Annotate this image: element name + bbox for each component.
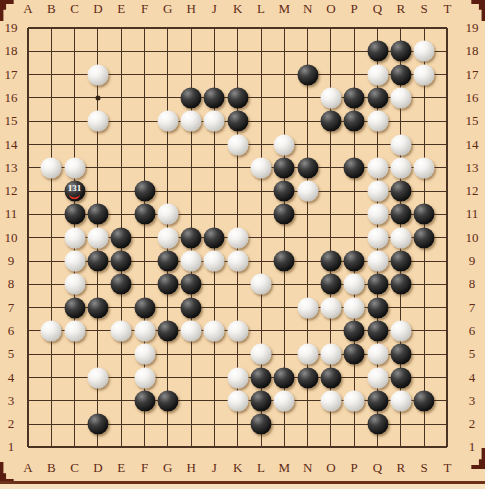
col-label-top-S: S: [420, 1, 427, 17]
black-stone-M4[interactable]: [274, 367, 295, 388]
black-stone-R8[interactable]: [390, 274, 411, 295]
grid-line-horizontal: [28, 446, 447, 448]
white-stone-Q10[interactable]: [367, 227, 388, 248]
white-stone-C10[interactable]: [64, 227, 85, 248]
row-label-left-12: 12: [5, 183, 18, 199]
white-stone-C6[interactable]: [64, 320, 85, 341]
black-stone-K15[interactable]: [227, 111, 248, 132]
black-stone-L3[interactable]: [251, 390, 272, 411]
col-label-top-A: A: [23, 1, 32, 17]
black-stone-C7[interactable]: [64, 297, 85, 318]
col-label-top-M: M: [279, 1, 291, 17]
black-stone-E8[interactable]: [111, 274, 132, 295]
black-stone-P16[interactable]: [344, 87, 365, 108]
row-label-right-17: 17: [466, 67, 479, 83]
black-stone-O9[interactable]: [320, 251, 341, 272]
white-stone-R3[interactable]: [390, 390, 411, 411]
row-label-left-9: 9: [8, 253, 15, 269]
go-app-window: AABBCCDDEEFFGGHHJJKKLLMMNNOOPPQQRRSSTT19…: [0, 0, 485, 489]
col-label-top-H: H: [186, 1, 195, 17]
col-label-top-F: F: [141, 1, 148, 17]
black-stone-P13[interactable]: [344, 157, 365, 178]
row-label-left-13: 13: [5, 160, 18, 176]
white-stone-L8[interactable]: [251, 274, 272, 295]
white-stone-F5[interactable]: [134, 344, 155, 365]
white-stone-G10[interactable]: [157, 227, 178, 248]
col-label-top-E: E: [117, 1, 125, 17]
white-stone-M14[interactable]: [274, 134, 295, 155]
col-label-bottom-P: P: [351, 460, 358, 476]
white-stone-K3[interactable]: [227, 390, 248, 411]
white-stone-E6[interactable]: [111, 320, 132, 341]
white-stone-B6[interactable]: [41, 320, 62, 341]
white-stone-D10[interactable]: [87, 227, 108, 248]
white-stone-J6[interactable]: [204, 320, 225, 341]
row-label-right-13: 13: [466, 160, 479, 176]
row-label-left-8: 8: [8, 276, 15, 292]
white-stone-N12[interactable]: [297, 181, 318, 202]
row-label-left-14: 14: [5, 137, 18, 153]
row-label-right-1: 1: [469, 439, 476, 455]
white-stone-Q4[interactable]: [367, 367, 388, 388]
black-stone-Q3[interactable]: [367, 390, 388, 411]
black-stone-P6[interactable]: [344, 320, 365, 341]
col-label-top-T: T: [443, 1, 451, 17]
black-stone-K16[interactable]: [227, 87, 248, 108]
col-label-top-G: G: [163, 1, 172, 17]
black-stone-O15[interactable]: [320, 111, 341, 132]
row-label-right-12: 12: [466, 183, 479, 199]
black-stone-D7[interactable]: [87, 297, 108, 318]
row-label-right-14: 14: [466, 137, 479, 153]
row-label-right-7: 7: [469, 300, 476, 316]
black-stone-Q2[interactable]: [367, 414, 388, 435]
col-label-top-C: C: [70, 1, 79, 17]
black-stone-J16[interactable]: [204, 87, 225, 108]
row-label-left-7: 7: [8, 300, 15, 316]
col-label-bottom-J: J: [212, 460, 217, 476]
black-stone-R18[interactable]: [390, 41, 411, 62]
white-stone-Q9[interactable]: [367, 251, 388, 272]
black-stone-H16[interactable]: [181, 87, 202, 108]
black-stone-D9[interactable]: [87, 251, 108, 272]
row-label-left-6: 6: [8, 323, 15, 339]
star-point: [95, 95, 100, 100]
white-stone-Q15[interactable]: [367, 111, 388, 132]
white-stone-M3[interactable]: [274, 390, 295, 411]
row-label-right-19: 19: [466, 20, 479, 36]
row-label-right-11: 11: [466, 206, 479, 222]
black-stone-G6[interactable]: [157, 320, 178, 341]
white-stone-Q12[interactable]: [367, 181, 388, 202]
black-stone-D11[interactable]: [87, 204, 108, 225]
white-stone-D4[interactable]: [87, 367, 108, 388]
black-stone-Q6[interactable]: [367, 320, 388, 341]
white-stone-P3[interactable]: [344, 390, 365, 411]
black-stone-R17[interactable]: [390, 64, 411, 85]
white-stone-Q5[interactable]: [367, 344, 388, 365]
col-label-bottom-R: R: [396, 460, 405, 476]
col-label-bottom-D: D: [93, 460, 102, 476]
col-label-bottom-C: C: [70, 460, 79, 476]
black-stone-P5[interactable]: [344, 344, 365, 365]
last-move-marker-arc: [69, 193, 81, 200]
black-stone-R5[interactable]: [390, 344, 411, 365]
row-label-right-6: 6: [469, 323, 476, 339]
white-stone-K9[interactable]: [227, 251, 248, 272]
col-label-top-B: B: [47, 1, 56, 17]
black-stone-R11[interactable]: [390, 204, 411, 225]
white-stone-F4[interactable]: [134, 367, 155, 388]
col-label-top-O: O: [326, 1, 335, 17]
white-stone-N7[interactable]: [297, 297, 318, 318]
row-label-right-16: 16: [466, 90, 479, 106]
col-label-top-N: N: [303, 1, 312, 17]
row-label-left-11: 11: [5, 206, 18, 222]
col-label-bottom-K: K: [233, 460, 242, 476]
row-label-left-17: 17: [5, 67, 18, 83]
white-stone-L13[interactable]: [251, 157, 272, 178]
col-label-top-K: K: [233, 1, 242, 17]
black-stone-H10[interactable]: [181, 227, 202, 248]
white-stone-O7[interactable]: [320, 297, 341, 318]
white-stone-C13[interactable]: [64, 157, 85, 178]
black-stone-M13[interactable]: [274, 157, 295, 178]
white-stone-R16[interactable]: [390, 87, 411, 108]
white-stone-K14[interactable]: [227, 134, 248, 155]
white-stone-Q11[interactable]: [367, 204, 388, 225]
black-stone-N4[interactable]: [297, 367, 318, 388]
white-stone-J15[interactable]: [204, 111, 225, 132]
black-stone-R4[interactable]: [390, 367, 411, 388]
col-label-bottom-S: S: [420, 460, 427, 476]
black-stone-L2[interactable]: [251, 414, 272, 435]
black-stone-M9[interactable]: [274, 251, 295, 272]
col-label-bottom-O: O: [326, 460, 335, 476]
col-label-bottom-T: T: [443, 460, 451, 476]
col-label-bottom-N: N: [303, 460, 312, 476]
black-stone-F12[interactable]: [134, 181, 155, 202]
black-stone-G3[interactable]: [157, 390, 178, 411]
row-label-left-18: 18: [5, 43, 18, 59]
row-label-right-18: 18: [466, 43, 479, 59]
corner-ornament-bottom-left: [0, 462, 19, 483]
black-stone-E9[interactable]: [111, 251, 132, 272]
col-label-bottom-Q: Q: [373, 460, 382, 476]
row-label-left-4: 4: [8, 370, 15, 386]
row-label-right-5: 5: [469, 346, 476, 362]
white-stone-F6[interactable]: [134, 320, 155, 341]
row-label-right-10: 10: [466, 230, 479, 246]
col-label-bottom-M: M: [279, 460, 291, 476]
black-stone-Q18[interactable]: [367, 41, 388, 62]
row-label-right-8: 8: [469, 276, 476, 292]
white-stone-G15[interactable]: [157, 111, 178, 132]
black-stone-F11[interactable]: [134, 204, 155, 225]
black-stone-F7[interactable]: [134, 297, 155, 318]
white-stone-J9[interactable]: [204, 251, 225, 272]
black-stone-H8[interactable]: [181, 274, 202, 295]
black-stone-P15[interactable]: [344, 111, 365, 132]
grid-line-vertical: [446, 28, 448, 447]
white-stone-O3[interactable]: [320, 390, 341, 411]
black-stone-L4[interactable]: [251, 367, 272, 388]
black-stone-E10[interactable]: [111, 227, 132, 248]
black-stone-N13[interactable]: [297, 157, 318, 178]
window-bottom-strip: [0, 484, 485, 489]
col-label-top-J: J: [212, 1, 217, 17]
row-label-left-1: 1: [8, 439, 15, 455]
row-label-left-2: 2: [8, 416, 15, 432]
white-stone-B13[interactable]: [41, 157, 62, 178]
black-stone-M12[interactable]: [274, 181, 295, 202]
black-stone-S11[interactable]: [414, 204, 435, 225]
black-stone-Q16[interactable]: [367, 87, 388, 108]
white-stone-O5[interactable]: [320, 344, 341, 365]
black-stone-S10[interactable]: [414, 227, 435, 248]
black-stone-R9[interactable]: [390, 251, 411, 272]
col-label-bottom-H: H: [186, 460, 195, 476]
black-stone-R12[interactable]: [390, 181, 411, 202]
row-label-left-19: 19: [5, 20, 18, 36]
white-stone-O16[interactable]: [320, 87, 341, 108]
black-stone-D2[interactable]: [87, 414, 108, 435]
white-stone-R10[interactable]: [390, 227, 411, 248]
white-stone-D15[interactable]: [87, 111, 108, 132]
black-stone-Q8[interactable]: [367, 274, 388, 295]
white-stone-K4[interactable]: [227, 367, 248, 388]
col-label-bottom-L: L: [257, 460, 265, 476]
col-label-bottom-F: F: [141, 460, 148, 476]
row-label-right-3: 3: [469, 393, 476, 409]
white-stone-D17[interactable]: [87, 64, 108, 85]
black-stone-G9[interactable]: [157, 251, 178, 272]
black-stone-Q7[interactable]: [367, 297, 388, 318]
white-stone-G11[interactable]: [157, 204, 178, 225]
black-stone-P9[interactable]: [344, 251, 365, 272]
black-stone-C12[interactable]: 131: [64, 181, 85, 202]
white-stone-H6[interactable]: [181, 320, 202, 341]
white-stone-L5[interactable]: [251, 344, 272, 365]
white-stone-C8[interactable]: [64, 274, 85, 295]
black-stone-F3[interactable]: [134, 390, 155, 411]
white-stone-R13[interactable]: [390, 157, 411, 178]
black-stone-C11[interactable]: [64, 204, 85, 225]
white-stone-H9[interactable]: [181, 251, 202, 272]
row-label-right-4: 4: [469, 370, 476, 386]
white-stone-R6[interactable]: [390, 320, 411, 341]
white-stone-R14[interactable]: [390, 134, 411, 155]
white-stone-H15[interactable]: [181, 111, 202, 132]
col-label-top-L: L: [257, 1, 265, 17]
white-stone-Q13[interactable]: [367, 157, 388, 178]
black-stone-M11[interactable]: [274, 204, 295, 225]
col-label-bottom-E: E: [117, 460, 125, 476]
row-label-left-15: 15: [5, 113, 18, 129]
white-stone-K10[interactable]: [227, 227, 248, 248]
row-label-right-2: 2: [469, 416, 476, 432]
black-stone-O8[interactable]: [320, 274, 341, 295]
white-stone-N5[interactable]: [297, 344, 318, 365]
row-label-left-3: 3: [8, 393, 15, 409]
black-stone-G8[interactable]: [157, 274, 178, 295]
white-stone-C9[interactable]: [64, 251, 85, 272]
white-stone-Q17[interactable]: [367, 64, 388, 85]
go-board[interactable]: AABBCCDDEEFFGGHHJJKKLLMMNNOOPPQQRRSSTT19…: [0, 0, 485, 462]
row-label-right-15: 15: [466, 113, 479, 129]
white-stone-S17[interactable]: [414, 64, 435, 85]
black-stone-N17[interactable]: [297, 64, 318, 85]
row-label-left-5: 5: [8, 346, 15, 362]
col-label-top-D: D: [93, 1, 102, 17]
white-stone-K6[interactable]: [227, 320, 248, 341]
white-stone-S18[interactable]: [414, 41, 435, 62]
row-label-left-16: 16: [5, 90, 18, 106]
black-stone-H7[interactable]: [181, 297, 202, 318]
col-label-bottom-B: B: [47, 460, 56, 476]
black-stone-J10[interactable]: [204, 227, 225, 248]
black-stone-O4[interactable]: [320, 367, 341, 388]
black-stone-S3[interactable]: [414, 390, 435, 411]
white-stone-P8[interactable]: [344, 274, 365, 295]
col-label-bottom-A: A: [23, 460, 32, 476]
col-label-top-P: P: [351, 1, 358, 17]
col-label-bottom-G: G: [163, 460, 172, 476]
white-stone-P7[interactable]: [344, 297, 365, 318]
row-label-left-10: 10: [5, 230, 18, 246]
col-label-top-R: R: [396, 1, 405, 17]
row-label-right-9: 9: [469, 253, 476, 269]
move-number-label: 131: [68, 183, 82, 193]
col-label-top-Q: Q: [373, 1, 382, 17]
white-stone-S13[interactable]: [414, 157, 435, 178]
